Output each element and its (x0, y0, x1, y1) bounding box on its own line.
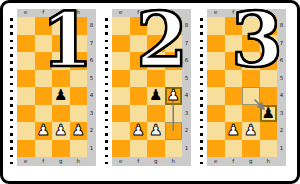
square-e4 (112, 87, 130, 105)
binding-dot (105, 68, 108, 71)
chess-board-page-2: efgh8765♟♟43♟♟21efgh2 (112, 9, 191, 181)
binding-dot (200, 133, 203, 136)
rank-label: 2 (277, 122, 286, 140)
binding-dot (105, 61, 108, 64)
binding-dot (105, 111, 108, 114)
square-e3 (17, 105, 35, 123)
square-g2: ♟ (147, 122, 165, 140)
binding-dot (10, 40, 13, 43)
binding-dot (200, 47, 203, 50)
file-label: h (260, 157, 278, 166)
binding-dot (200, 68, 203, 71)
rank-label: 5 (277, 70, 286, 88)
square-h3 (70, 105, 88, 123)
square-h1 (260, 140, 278, 158)
square-f3 (130, 105, 148, 123)
square-h5 (70, 70, 88, 88)
margin-corner (87, 157, 96, 166)
binding-dot (10, 54, 13, 57)
rank-label: 4 (87, 87, 96, 105)
square-e2 (112, 122, 130, 140)
square-e7 (112, 35, 130, 53)
file-label: e (112, 9, 130, 17)
square-e8 (112, 17, 130, 35)
diagram-panel-3: efgh87654♟3♟♟21efgh3 (200, 9, 286, 181)
square-e7 (207, 35, 225, 53)
square-g2: ♟ (242, 122, 260, 140)
white-pawn: ♟ (54, 123, 67, 138)
square-f7 (35, 35, 53, 53)
square-f8 (130, 17, 148, 35)
square-e3 (207, 105, 225, 123)
square-h2 (260, 122, 278, 140)
binding-dot (10, 111, 13, 114)
rank-label: 6 (87, 52, 96, 70)
square-g5 (242, 70, 260, 88)
white-pawn: ♟ (227, 123, 240, 138)
square-e1 (17, 140, 35, 158)
binding-dot (105, 147, 108, 150)
diagram-panel-2: efgh8765♟♟43♟♟21efgh2 (105, 9, 191, 181)
binding-dot (200, 32, 203, 35)
rank-label: 3 (182, 105, 191, 123)
binding-dot (105, 25, 108, 28)
rank-label: 2 (182, 122, 191, 140)
binding-dot (200, 97, 203, 100)
square-g8 (52, 17, 70, 35)
square-g5 (52, 70, 70, 88)
file-label: e (17, 157, 35, 166)
square-f7 (225, 35, 243, 53)
binding-dot (200, 83, 203, 86)
file-label: h (260, 9, 278, 17)
square-f5 (35, 70, 53, 88)
square-g7 (52, 35, 70, 53)
square-f1 (225, 140, 243, 158)
rank-label: 8 (182, 17, 191, 35)
binding-dot (10, 18, 13, 21)
square-f5 (130, 70, 148, 88)
binding-dot (105, 18, 108, 21)
square-g6 (147, 52, 165, 70)
binding-dot (200, 126, 203, 129)
binding-dot (10, 76, 13, 79)
rank-label: 7 (87, 35, 96, 53)
square-f6 (35, 52, 53, 70)
file-label: f (35, 157, 53, 166)
square-f2: ♟ (130, 122, 148, 140)
binding-dot (105, 83, 108, 86)
rank-label: 7 (182, 35, 191, 53)
rank-label: 5 (87, 70, 96, 88)
binding-dot (200, 76, 203, 79)
square-f8 (35, 17, 53, 35)
square-e5 (112, 70, 130, 88)
square-g7 (147, 35, 165, 53)
square-e2 (17, 122, 35, 140)
binding-dot (105, 126, 108, 129)
square-h6 (165, 52, 183, 70)
square-h6 (70, 52, 88, 70)
binding-dot (200, 54, 203, 57)
binding-dot (10, 97, 13, 100)
file-label: g (52, 157, 70, 166)
white-pawn: ♟ (244, 123, 257, 138)
binding-dot (10, 147, 13, 150)
binding-dot (200, 111, 203, 114)
spiral-binding (10, 18, 14, 181)
binding-dot (200, 18, 203, 21)
file-label: f (130, 9, 148, 17)
square-h5 (165, 70, 183, 88)
square-e7 (17, 35, 35, 53)
margin-corner (182, 9, 191, 17)
binding-dot (105, 90, 108, 93)
square-h4 (70, 87, 88, 105)
binding-dot (10, 32, 13, 35)
binding-dot (200, 140, 203, 143)
square-e3 (112, 105, 130, 123)
square-g5 (147, 70, 165, 88)
binding-dot (10, 68, 13, 71)
rank-label: 2 (87, 122, 96, 140)
binding-dot (105, 104, 108, 107)
square-h6 (260, 52, 278, 70)
square-f2: ♟ (35, 122, 53, 140)
file-label: f (130, 157, 148, 166)
binding-dot (10, 104, 13, 107)
square-h1 (165, 140, 183, 158)
square-g4 (242, 87, 260, 105)
square-f1 (35, 140, 53, 158)
rank-label: 8 (87, 17, 96, 35)
binding-dot (200, 147, 203, 150)
square-g4: ♟ (52, 87, 70, 105)
file-label: e (112, 157, 130, 166)
binding-dot (200, 25, 203, 28)
square-f6 (130, 52, 148, 70)
binding-dot (200, 119, 203, 122)
file-label: h (70, 9, 88, 17)
square-e8 (207, 17, 225, 35)
binding-dot (105, 32, 108, 35)
file-label: g (242, 157, 260, 166)
margin-corner (182, 157, 191, 166)
square-h7 (70, 35, 88, 53)
spiral-binding (200, 18, 204, 181)
square-e2 (207, 122, 225, 140)
square-g6 (52, 52, 70, 70)
white-pawn: ♟ (149, 123, 162, 138)
binding-dot (10, 83, 13, 86)
rank-label: 5 (182, 70, 191, 88)
square-e1 (207, 140, 225, 158)
square-g3 (147, 105, 165, 123)
white-pawn: ♟ (72, 123, 85, 138)
square-g8 (147, 17, 165, 35)
binding-dot (105, 40, 108, 43)
square-e6 (207, 52, 225, 70)
black-pawn: ♟ (149, 88, 162, 103)
binding-dot (10, 90, 13, 93)
square-h4: ♟ (165, 87, 183, 105)
file-label: g (147, 9, 165, 17)
binding-dot (200, 40, 203, 43)
binding-dot (105, 54, 108, 57)
margin-corner (277, 9, 286, 17)
binding-dot (200, 155, 203, 158)
binding-dot (105, 97, 108, 100)
square-g6 (242, 52, 260, 70)
square-f7 (130, 35, 148, 53)
square-e6 (17, 52, 35, 70)
file-label: g (52, 9, 70, 17)
square-f3 (225, 105, 243, 123)
square-h8 (70, 17, 88, 35)
square-g1 (52, 140, 70, 158)
square-f2: ♟ (225, 122, 243, 140)
square-f4 (225, 87, 243, 105)
file-label: e (207, 157, 225, 166)
rank-label: 8 (277, 17, 286, 35)
square-h8 (165, 17, 183, 35)
white-pawn: ♟ (132, 123, 145, 138)
file-label: f (35, 9, 53, 17)
file-label: h (165, 157, 183, 166)
binding-dot (105, 162, 108, 165)
rank-label: 6 (277, 52, 286, 70)
square-h3 (165, 105, 183, 123)
white-pawn: ♟ (37, 123, 50, 138)
square-g7 (242, 35, 260, 53)
square-g1 (147, 140, 165, 158)
square-g3 (52, 105, 70, 123)
binding-dot (105, 140, 108, 143)
rank-label: 1 (277, 140, 286, 158)
square-e8 (17, 17, 35, 35)
spiral-book-frame: efgh8765♟43♟♟♟21efgh1 efgh8765♟♟43♟♟21ef… (0, 0, 300, 184)
square-h3: ♟ (260, 105, 278, 123)
chess-board-page-1: efgh8765♟43♟♟♟21efgh1 (17, 9, 96, 181)
binding-dot (105, 47, 108, 50)
file-label: f (225, 157, 243, 166)
file-label: g (147, 157, 165, 166)
file-label: g (242, 9, 260, 17)
binding-dot (200, 104, 203, 107)
rank-label: 4 (277, 87, 286, 105)
rank-label: 3 (277, 105, 286, 123)
square-f6 (225, 52, 243, 70)
file-label: h (165, 9, 183, 17)
binding-dot (10, 140, 13, 143)
square-h5 (260, 70, 278, 88)
binding-dot (10, 47, 13, 50)
square-e5 (207, 70, 225, 88)
binding-dot (10, 133, 13, 136)
square-g2: ♟ (52, 122, 70, 140)
binding-dot (200, 61, 203, 64)
black-pawn: ♟ (54, 88, 67, 103)
binding-dot (200, 162, 203, 165)
binding-dot (10, 126, 13, 129)
square-f5 (225, 70, 243, 88)
file-label: e (207, 9, 225, 17)
binding-dot (10, 155, 13, 158)
square-g8 (242, 17, 260, 35)
square-f3 (35, 105, 53, 123)
square-e4 (17, 87, 35, 105)
square-g1 (242, 140, 260, 158)
square-e6 (112, 52, 130, 70)
binding-dot (10, 61, 13, 64)
square-h2 (165, 122, 183, 140)
spiral-binding (105, 18, 109, 181)
black-pawn: ♟ (262, 106, 275, 121)
square-e5 (17, 70, 35, 88)
square-g3 (242, 105, 260, 123)
binding-dot (10, 119, 13, 122)
binding-dot (10, 162, 13, 165)
rank-label: 7 (277, 35, 286, 53)
rank-label: 1 (182, 140, 191, 158)
square-g4: ♟ (147, 87, 165, 105)
rank-label: 3 (87, 105, 96, 123)
file-label: h (70, 157, 88, 166)
white-pawn: ♟ (167, 88, 180, 103)
square-e1 (112, 140, 130, 158)
square-f4 (130, 87, 148, 105)
file-label: f (225, 9, 243, 17)
binding-dot (200, 90, 203, 93)
square-e4 (207, 87, 225, 105)
square-h8 (260, 17, 278, 35)
square-f4 (35, 87, 53, 105)
square-h2: ♟ (70, 122, 88, 140)
rank-label: 1 (87, 140, 96, 158)
square-h7 (165, 35, 183, 53)
square-h4 (260, 87, 278, 105)
binding-dot (105, 133, 108, 136)
margin-corner (87, 9, 96, 17)
binding-dot (105, 119, 108, 122)
binding-dot (105, 76, 108, 79)
diagram-panel-1: efgh8765♟43♟♟♟21efgh1 (10, 9, 96, 181)
file-label: e (17, 9, 35, 17)
square-f8 (225, 17, 243, 35)
square-h1 (70, 140, 88, 158)
square-h7 (260, 35, 278, 53)
margin-corner (277, 157, 286, 166)
chess-board-page-3: efgh87654♟3♟♟21efgh3 (207, 9, 286, 181)
square-f1 (130, 140, 148, 158)
rank-label: 6 (182, 52, 191, 70)
binding-dot (10, 25, 13, 28)
binding-dot (105, 155, 108, 158)
rank-label: 4 (182, 87, 191, 105)
